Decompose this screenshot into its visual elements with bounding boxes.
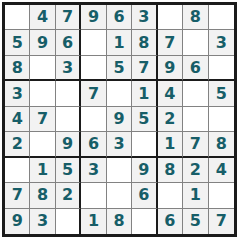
- cell-r2c4[interactable]: [81, 30, 106, 55]
- cell-r3c3[interactable]: 3: [56, 56, 81, 81]
- cell-r8c3[interactable]: 2: [56, 183, 81, 208]
- cell-r1c5[interactable]: 6: [107, 5, 132, 30]
- cell-r9c9[interactable]: 7: [209, 209, 234, 234]
- cell-r1c8[interactable]: 8: [183, 5, 208, 30]
- cell-r7c5[interactable]: [107, 158, 132, 183]
- cell-r9c4[interactable]: 1: [81, 209, 106, 234]
- cell-r9c2[interactable]: 3: [30, 209, 55, 234]
- cell-r3c4[interactable]: [81, 56, 106, 81]
- cell-r7c1[interactable]: [5, 158, 30, 183]
- cell-r8c4[interactable]: [81, 183, 106, 208]
- cell-r4c2[interactable]: [30, 81, 55, 106]
- cell-r5c1[interactable]: 4: [5, 107, 30, 132]
- cell-r6c5[interactable]: 3: [107, 132, 132, 157]
- cell-r7c6[interactable]: 9: [132, 158, 157, 183]
- cell-r2c2[interactable]: 9: [30, 30, 55, 55]
- cell-r9c6[interactable]: [132, 209, 157, 234]
- cell-r8c7[interactable]: [158, 183, 183, 208]
- cell-r2c5[interactable]: 1: [107, 30, 132, 55]
- cell-r7c7[interactable]: 8: [158, 158, 183, 183]
- cell-r5c8[interactable]: [183, 107, 208, 132]
- cell-r5c7[interactable]: 2: [158, 107, 183, 132]
- cell-r7c9[interactable]: 4: [209, 158, 234, 183]
- cell-r7c3[interactable]: 5: [56, 158, 81, 183]
- cell-r2c8[interactable]: [183, 30, 208, 55]
- cell-r9c3[interactable]: [56, 209, 81, 234]
- cell-r9c7[interactable]: 6: [158, 209, 183, 234]
- cell-r8c8[interactable]: 1: [183, 183, 208, 208]
- cell-r4c7[interactable]: 4: [158, 81, 183, 106]
- cell-r4c3[interactable]: [56, 81, 81, 106]
- cell-r1c9[interactable]: [209, 5, 234, 30]
- cell-r5c5[interactable]: 9: [107, 107, 132, 132]
- cell-r5c4[interactable]: [81, 107, 106, 132]
- cell-r8c5[interactable]: [107, 183, 132, 208]
- cell-r3c6[interactable]: 7: [132, 56, 157, 81]
- cell-r6c7[interactable]: 1: [158, 132, 183, 157]
- cell-r1c4[interactable]: 9: [81, 5, 106, 30]
- cell-r9c8[interactable]: 5: [183, 209, 208, 234]
- cell-r7c8[interactable]: 2: [183, 158, 208, 183]
- cell-r6c1[interactable]: 2: [5, 132, 30, 157]
- cell-r6c8[interactable]: 7: [183, 132, 208, 157]
- cell-r4c9[interactable]: 5: [209, 81, 234, 106]
- cell-r3c9[interactable]: [209, 56, 234, 81]
- cell-r1c2[interactable]: 4: [30, 5, 55, 30]
- cell-r6c2[interactable]: [30, 132, 55, 157]
- cell-r3c2[interactable]: [30, 56, 55, 81]
- cell-r6c9[interactable]: 8: [209, 132, 234, 157]
- cell-r2c3[interactable]: 6: [56, 30, 81, 55]
- cell-r5c3[interactable]: [56, 107, 81, 132]
- sudoku-page: 4796385961873835796371454795229631781539…: [0, 0, 240, 240]
- cell-r5c6[interactable]: 5: [132, 107, 157, 132]
- cell-r5c9[interactable]: [209, 107, 234, 132]
- cell-r4c8[interactable]: [183, 81, 208, 106]
- cell-r1c7[interactable]: [158, 5, 183, 30]
- cell-r3c7[interactable]: 9: [158, 56, 183, 81]
- cell-r7c4[interactable]: 3: [81, 158, 106, 183]
- cell-r2c7[interactable]: 7: [158, 30, 183, 55]
- cell-r6c4[interactable]: 6: [81, 132, 106, 157]
- cell-r1c3[interactable]: 7: [56, 5, 81, 30]
- cell-r3c1[interactable]: 8: [5, 56, 30, 81]
- cell-r3c5[interactable]: 5: [107, 56, 132, 81]
- cell-r9c5[interactable]: 8: [107, 209, 132, 234]
- cell-r8c6[interactable]: 6: [132, 183, 157, 208]
- cell-r3c8[interactable]: 6: [183, 56, 208, 81]
- cell-r7c2[interactable]: 1: [30, 158, 55, 183]
- cell-r8c2[interactable]: 8: [30, 183, 55, 208]
- cell-r1c6[interactable]: 3: [132, 5, 157, 30]
- cell-r5c2[interactable]: 7: [30, 107, 55, 132]
- cell-r4c4[interactable]: 7: [81, 81, 106, 106]
- cell-r2c9[interactable]: 3: [209, 30, 234, 55]
- cell-r4c1[interactable]: 3: [5, 81, 30, 106]
- cell-r8c1[interactable]: 7: [5, 183, 30, 208]
- cell-r4c5[interactable]: [107, 81, 132, 106]
- cell-r6c3[interactable]: 9: [56, 132, 81, 157]
- cell-r8c9[interactable]: [209, 183, 234, 208]
- cell-r6c6[interactable]: [132, 132, 157, 157]
- cell-r9c1[interactable]: 9: [5, 209, 30, 234]
- cell-r2c6[interactable]: 8: [132, 30, 157, 55]
- sudoku-board: 4796385961873835796371454795229631781539…: [2, 2, 237, 237]
- cell-r4c6[interactable]: 1: [132, 81, 157, 106]
- cell-r1c1[interactable]: [5, 5, 30, 30]
- cell-r2c1[interactable]: 5: [5, 30, 30, 55]
